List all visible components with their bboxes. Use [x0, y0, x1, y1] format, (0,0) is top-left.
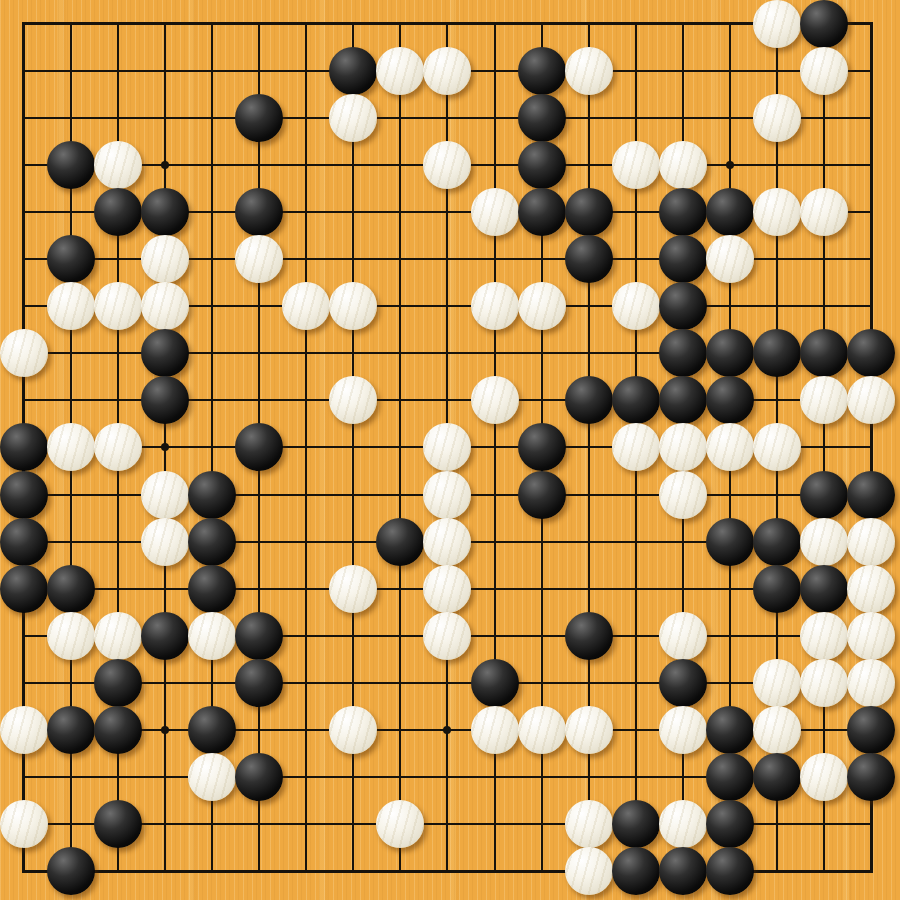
stone-black	[0, 471, 48, 519]
stone-black	[612, 800, 660, 848]
stone-white	[94, 423, 142, 471]
stone-black	[659, 235, 707, 283]
stone-white	[423, 612, 471, 660]
stone-black	[235, 94, 283, 142]
stone-black	[518, 188, 566, 236]
stone-white	[612, 423, 660, 471]
stone-black	[706, 329, 754, 377]
stone-white	[612, 282, 660, 330]
stone-black	[565, 235, 613, 283]
stone-white	[565, 706, 613, 754]
stone-white	[518, 282, 566, 330]
stone-black	[753, 329, 801, 377]
stone-white	[94, 141, 142, 189]
stone-black	[847, 471, 895, 519]
stone-white	[800, 659, 848, 707]
star-point	[161, 726, 169, 734]
stone-white	[800, 188, 848, 236]
go-board[interactable]	[0, 0, 900, 900]
stone-white	[423, 47, 471, 95]
star-point	[161, 161, 169, 169]
stone-black	[847, 706, 895, 754]
stone-black	[706, 518, 754, 566]
stone-black	[518, 471, 566, 519]
stone-black	[800, 565, 848, 613]
star-point	[726, 161, 734, 169]
stone-white	[800, 753, 848, 801]
stone-white	[659, 800, 707, 848]
stone-black	[94, 800, 142, 848]
stone-black	[800, 471, 848, 519]
stone-white	[423, 565, 471, 613]
stone-black	[565, 376, 613, 424]
stone-white	[0, 329, 48, 377]
stone-white	[329, 282, 377, 330]
stone-black	[235, 612, 283, 660]
stone-black	[847, 753, 895, 801]
stone-black	[518, 141, 566, 189]
stone-white	[47, 282, 95, 330]
stone-white	[565, 800, 613, 848]
stone-white	[94, 612, 142, 660]
stone-black	[94, 659, 142, 707]
stone-white	[329, 706, 377, 754]
stone-white	[376, 47, 424, 95]
stone-black	[659, 329, 707, 377]
stone-black	[753, 518, 801, 566]
stone-black	[188, 518, 236, 566]
stone-black	[706, 188, 754, 236]
stone-white	[753, 659, 801, 707]
stone-white	[471, 376, 519, 424]
stone-white	[188, 612, 236, 660]
stone-white	[753, 94, 801, 142]
stone-white	[800, 612, 848, 660]
stone-white	[847, 612, 895, 660]
stone-white	[141, 282, 189, 330]
stone-white	[0, 706, 48, 754]
stone-black	[471, 659, 519, 707]
stone-white	[659, 706, 707, 754]
grid-line-horizontal	[22, 682, 874, 684]
stone-black	[565, 188, 613, 236]
stone-black	[800, 0, 848, 48]
stone-black	[659, 847, 707, 895]
stone-black	[0, 423, 48, 471]
stone-white	[471, 706, 519, 754]
stone-white	[47, 423, 95, 471]
stone-black	[706, 706, 754, 754]
stone-white	[659, 471, 707, 519]
stone-white	[282, 282, 330, 330]
stone-white	[847, 376, 895, 424]
stone-white	[753, 188, 801, 236]
stone-white	[706, 235, 754, 283]
stone-black	[753, 753, 801, 801]
stone-black	[235, 753, 283, 801]
stone-black	[706, 753, 754, 801]
stone-white	[612, 141, 660, 189]
stone-white	[188, 753, 236, 801]
stone-black	[47, 141, 95, 189]
stone-white	[518, 706, 566, 754]
stone-black	[235, 188, 283, 236]
stone-black	[518, 94, 566, 142]
stone-black	[706, 847, 754, 895]
stone-black	[329, 47, 377, 95]
stone-white	[847, 659, 895, 707]
stone-black	[141, 188, 189, 236]
stone-black	[141, 376, 189, 424]
stone-white	[329, 94, 377, 142]
stone-white	[659, 612, 707, 660]
stone-black	[94, 188, 142, 236]
stone-black	[659, 659, 707, 707]
stone-black	[376, 518, 424, 566]
stone-black	[235, 659, 283, 707]
stone-white	[800, 47, 848, 95]
stone-white	[847, 565, 895, 613]
stone-black	[141, 329, 189, 377]
stone-black	[706, 800, 754, 848]
stone-black	[47, 706, 95, 754]
stone-white	[423, 518, 471, 566]
stone-white	[0, 800, 48, 848]
stone-black	[518, 47, 566, 95]
stone-black	[847, 329, 895, 377]
stone-white	[423, 471, 471, 519]
stone-black	[188, 706, 236, 754]
stone-white	[565, 47, 613, 95]
stone-black	[141, 612, 189, 660]
stone-white	[565, 847, 613, 895]
stone-white	[753, 706, 801, 754]
stone-white	[47, 612, 95, 660]
stone-white	[753, 0, 801, 48]
stone-black	[94, 706, 142, 754]
stone-black	[188, 565, 236, 613]
stone-white	[471, 188, 519, 236]
stone-white	[659, 423, 707, 471]
stone-black	[47, 847, 95, 895]
stone-black	[612, 847, 660, 895]
stone-white	[847, 518, 895, 566]
stone-white	[141, 471, 189, 519]
stone-white	[471, 282, 519, 330]
stone-black	[518, 423, 566, 471]
stone-black	[47, 235, 95, 283]
stone-black	[188, 471, 236, 519]
stone-black	[659, 188, 707, 236]
stone-white	[800, 518, 848, 566]
stone-black	[565, 612, 613, 660]
stone-black	[753, 565, 801, 613]
stone-black	[612, 376, 660, 424]
stone-black	[659, 282, 707, 330]
stone-white	[423, 141, 471, 189]
stone-white	[235, 235, 283, 283]
stone-white	[141, 518, 189, 566]
stone-black	[0, 565, 48, 613]
stone-white	[659, 141, 707, 189]
stone-black	[659, 376, 707, 424]
grid-line-vertical	[823, 22, 825, 874]
stone-black	[0, 518, 48, 566]
stone-white	[94, 282, 142, 330]
stone-black	[706, 376, 754, 424]
stone-white	[141, 235, 189, 283]
stone-white	[329, 565, 377, 613]
stone-black	[47, 565, 95, 613]
